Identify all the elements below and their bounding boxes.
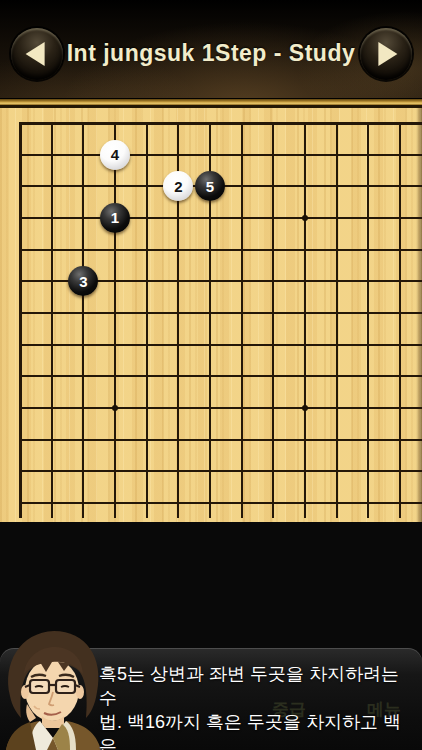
- commentary-line-1: 흑5는 상변과 좌변 두곳을 차지하려는 수: [99, 662, 419, 710]
- grid-hline: [19, 122, 422, 125]
- grid-vline: [272, 123, 274, 518]
- grid-hline: [19, 154, 422, 156]
- white-stone-D18[interactable]: 4: [100, 140, 130, 170]
- grid-vline: [367, 123, 369, 518]
- grid-hline: [19, 470, 422, 472]
- app-screen: Int jungsuk 1Step - Study 12345 중급 메뉴: [0, 0, 422, 750]
- grid-hline: [19, 249, 422, 251]
- grid-vline: [241, 123, 243, 518]
- grid-hline: [19, 407, 422, 409]
- grid-hline: [19, 375, 422, 377]
- grid-vline: [114, 123, 116, 518]
- star-point: [302, 405, 308, 411]
- lower-panel: 중급 메뉴: [0, 522, 422, 750]
- arrow-right-icon: [378, 42, 397, 66]
- page-title: Int jungsuk 1Step - Study: [0, 40, 422, 67]
- teacher-avatar: [0, 626, 106, 750]
- grid-vline: [399, 123, 401, 518]
- grid-hline: [19, 217, 422, 219]
- grid-vline: [146, 123, 148, 518]
- white-stone-F17[interactable]: 2: [163, 171, 193, 201]
- black-stone-G17[interactable]: 5: [195, 171, 225, 201]
- black-stone-D16[interactable]: 1: [100, 203, 130, 233]
- commentary-text: 흑5는 상변과 좌변 두곳을 차지하려는 수 법. 백16까지 흑은 두곳을 차…: [99, 662, 419, 750]
- board-top-trim: [0, 98, 422, 108]
- star-point: [302, 215, 308, 221]
- next-button[interactable]: [360, 28, 412, 80]
- go-board[interactable]: 12345: [0, 108, 422, 522]
- grid-vline: [51, 123, 53, 518]
- grid-vline: [304, 123, 306, 518]
- black-stone-C14[interactable]: 3: [68, 266, 98, 296]
- grid-hline: [19, 312, 422, 314]
- commentary-line-2: 법. 백16까지 흑은 두곳을 차지하고 백은: [99, 710, 419, 750]
- header-bar: Int jungsuk 1Step - Study: [0, 0, 422, 98]
- grid-hline: [19, 502, 422, 504]
- grid-vline: [19, 123, 22, 518]
- star-point: [112, 405, 118, 411]
- grid-hline: [19, 439, 422, 441]
- grid-hline: [19, 344, 422, 346]
- grid-vline: [82, 123, 84, 518]
- grid-vline: [336, 123, 338, 518]
